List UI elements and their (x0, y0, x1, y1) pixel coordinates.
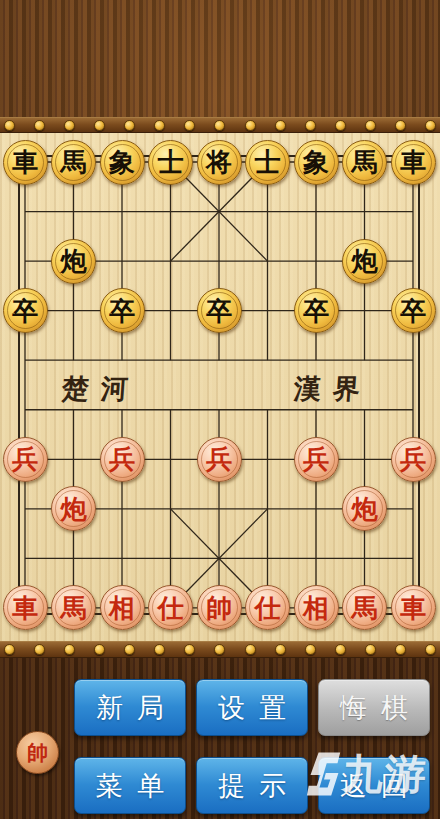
back-button[interactable]: 返回 (318, 757, 430, 814)
gold-stud (425, 644, 436, 655)
gold-stud (34, 120, 45, 131)
gold-stud (184, 120, 195, 131)
piece-red-soldier[interactable]: 兵 (294, 437, 339, 482)
piece-red-soldier[interactable]: 兵 (197, 437, 242, 482)
gold-stud (94, 120, 105, 131)
piece-character: 炮 (352, 248, 378, 274)
board-bottom-rail (0, 641, 440, 658)
piece-character: 卒 (400, 298, 426, 324)
piece-character: 馬 (352, 149, 378, 175)
piece-character: 卒 (12, 298, 38, 324)
piece-black-elephant[interactable]: 象 (294, 140, 339, 185)
piece-red-elephant[interactable]: 相 (294, 585, 339, 630)
piece-character: 馬 (352, 595, 378, 621)
piece-character: 仕 (158, 595, 184, 621)
red-turn-indicator: 帥 (16, 731, 59, 774)
piece-black-chariot[interactable]: 車 (391, 140, 436, 185)
gold-stud (425, 120, 436, 131)
piece-character: 馬 (61, 595, 87, 621)
gold-stud (365, 644, 376, 655)
piece-character: 兵 (206, 446, 232, 472)
gold-stud (395, 120, 406, 131)
piece-character: 士 (255, 149, 281, 175)
piece-character: 相 (303, 595, 329, 621)
new-game-button[interactable]: 新局 (74, 679, 186, 736)
xiangqi-app-screen: 楚河 漢界 車馬象士将士象馬車炮炮卒卒卒卒卒兵兵兵兵兵炮炮車馬相仕帥仕相馬車 帥… (0, 0, 440, 819)
piece-red-soldier[interactable]: 兵 (3, 437, 48, 482)
piece-black-cannon[interactable]: 炮 (51, 239, 96, 284)
piece-character: 相 (109, 595, 135, 621)
piece-black-soldier[interactable]: 卒 (391, 288, 436, 333)
piece-red-soldier[interactable]: 兵 (100, 437, 145, 482)
piece-black-advisor[interactable]: 士 (148, 140, 193, 185)
gold-stud (4, 120, 15, 131)
gold-stud (395, 644, 406, 655)
piece-character: 士 (158, 149, 184, 175)
piece-black-chariot[interactable]: 車 (3, 140, 48, 185)
gold-stud (34, 644, 45, 655)
piece-black-soldier[interactable]: 卒 (197, 288, 242, 333)
piece-character: 兵 (303, 446, 329, 472)
piece-black-elephant[interactable]: 象 (100, 140, 145, 185)
board-top-rail (0, 117, 440, 133)
gold-stud (124, 120, 135, 131)
piece-black-soldier[interactable]: 卒 (100, 288, 145, 333)
piece-black-advisor[interactable]: 士 (245, 140, 290, 185)
piece-character: 車 (12, 149, 38, 175)
piece-character: 炮 (61, 496, 87, 522)
piece-character: 兵 (109, 446, 135, 472)
gold-stud (305, 120, 316, 131)
gold-stud (64, 644, 75, 655)
piece-character: 卒 (303, 298, 329, 324)
gold-stud (214, 120, 225, 131)
menu-button[interactable]: 菜单 (74, 757, 186, 814)
piece-character: 車 (400, 149, 426, 175)
piece-character: 卒 (109, 298, 135, 324)
gold-stud (184, 644, 195, 655)
piece-black-cannon[interactable]: 炮 (342, 239, 387, 284)
piece-character: 象 (109, 149, 135, 175)
gold-stud (245, 120, 256, 131)
piece-character: 仕 (255, 595, 281, 621)
gold-stud (4, 644, 15, 655)
xiangqi-board[interactable]: 楚河 漢界 車馬象士将士象馬車炮炮卒卒卒卒卒兵兵兵兵兵炮炮車馬相仕帥仕相馬車 (0, 133, 440, 641)
piece-red-soldier[interactable]: 兵 (391, 437, 436, 482)
gold-stud (94, 644, 105, 655)
piece-character: 卒 (206, 298, 232, 324)
turn-indicator-char: 帥 (27, 739, 48, 767)
piece-character: 馬 (61, 149, 87, 175)
gold-stud (154, 644, 165, 655)
piece-red-general[interactable]: 帥 (197, 585, 242, 630)
gold-stud (275, 120, 286, 131)
gold-stud (124, 644, 135, 655)
gold-stud (305, 644, 316, 655)
undo-button[interactable]: 悔棋 (318, 679, 430, 736)
piece-character: 炮 (352, 496, 378, 522)
gold-stud (154, 120, 165, 131)
piece-character: 象 (303, 149, 329, 175)
gold-stud (335, 120, 346, 131)
piece-character: 車 (400, 595, 426, 621)
piece-character: 兵 (400, 446, 426, 472)
piece-black-horse[interactable]: 馬 (51, 140, 96, 185)
river-label-right: 漢界 (289, 372, 377, 406)
hint-button[interactable]: 提示 (196, 757, 308, 814)
piece-black-soldier[interactable]: 卒 (3, 288, 48, 333)
piece-black-general[interactable]: 将 (197, 140, 242, 185)
piece-character: 炮 (61, 248, 87, 274)
gold-stud (64, 120, 75, 131)
gold-stud (214, 644, 225, 655)
gold-stud (365, 120, 376, 131)
gold-stud (275, 644, 286, 655)
river-label-left: 楚河 (57, 372, 145, 406)
piece-black-soldier[interactable]: 卒 (294, 288, 339, 333)
piece-character: 帥 (206, 595, 232, 621)
gold-stud (245, 644, 256, 655)
piece-character: 兵 (12, 446, 38, 472)
piece-character: 将 (206, 149, 232, 175)
gold-stud (335, 644, 346, 655)
piece-character: 車 (12, 595, 38, 621)
piece-red-chariot[interactable]: 車 (391, 585, 436, 630)
piece-red-elephant[interactable]: 相 (100, 585, 145, 630)
piece-black-horse[interactable]: 馬 (342, 140, 387, 185)
settings-button[interactable]: 设置 (196, 679, 308, 736)
piece-red-chariot[interactable]: 車 (3, 585, 48, 630)
